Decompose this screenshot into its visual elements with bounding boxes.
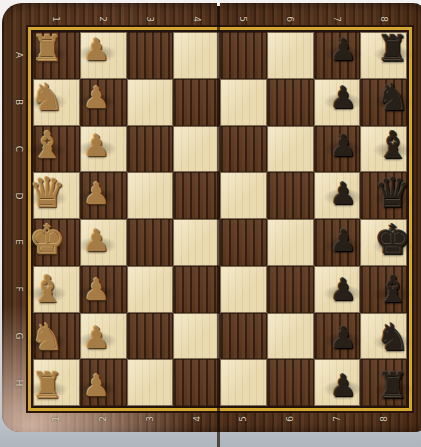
square-c1[interactable]: ♝ <box>33 126 80 173</box>
white-pawn-f2: ♟ <box>83 275 110 305</box>
queen-icon: ♛ <box>29 173 66 214</box>
square-h6[interactable] <box>267 359 314 406</box>
square-e7[interactable]: ♟ <box>314 219 361 266</box>
pawn-icon: ♟ <box>83 275 110 305</box>
pawn-icon: ♟ <box>83 227 110 257</box>
square-g2[interactable]: ♟ <box>80 313 127 360</box>
coord-top-2: 2 <box>98 16 108 22</box>
square-a6[interactable] <box>267 32 314 79</box>
pawn-icon: ♟ <box>83 179 110 209</box>
square-g6[interactable] <box>267 313 314 360</box>
black-knight-b8: ♞ <box>376 79 409 116</box>
square-d2[interactable]: ♟ <box>80 172 127 219</box>
white-pawn-b2: ♟ <box>83 83 110 113</box>
coord-bottom-8: 8 <box>379 416 389 422</box>
white-knight-b1: ♞ <box>31 79 64 116</box>
coord-bottom-3: 3 <box>145 416 155 422</box>
square-f8[interactable]: ♝ <box>360 266 407 313</box>
bishop-icon: ♝ <box>31 271 64 308</box>
square-d1[interactable]: ♛ <box>33 172 80 219</box>
coord-top-4: 4 <box>192 16 202 22</box>
king-icon: ♚ <box>374 221 411 262</box>
white-queen-d1: ♛ <box>29 173 66 214</box>
square-f1[interactable]: ♝ <box>33 266 80 313</box>
square-a3[interactable] <box>127 32 174 79</box>
square-c3[interactable] <box>127 126 174 173</box>
white-rook-h1: ♜ <box>31 367 63 403</box>
square-f7[interactable]: ♟ <box>314 266 361 313</box>
rook-icon: ♜ <box>31 32 63 68</box>
square-f5[interactable] <box>220 266 267 313</box>
square-d8[interactable]: ♛ <box>360 172 407 219</box>
pawn-icon: ♟ <box>330 131 357 161</box>
coord-bottom-5: 5 <box>238 416 248 422</box>
pawn-icon: ♟ <box>330 83 357 113</box>
square-d4[interactable] <box>173 172 220 219</box>
coord-left-G: G <box>14 332 24 339</box>
pawn-icon: ♟ <box>83 35 110 65</box>
square-h2[interactable]: ♟ <box>80 359 127 406</box>
black-king-e8: ♚ <box>374 221 411 262</box>
pawn-icon: ♟ <box>330 35 357 65</box>
black-pawn-g7: ♟ <box>330 323 357 353</box>
square-f6[interactable] <box>267 266 314 313</box>
square-b3[interactable] <box>127 79 174 126</box>
black-pawn-e7: ♟ <box>330 227 357 257</box>
square-b1[interactable]: ♞ <box>33 79 80 126</box>
pawn-icon: ♟ <box>83 83 110 113</box>
black-pawn-a7: ♟ <box>330 35 357 65</box>
pawn-icon: ♟ <box>330 323 357 353</box>
coord-left-B: B <box>14 99 24 105</box>
square-d6[interactable] <box>267 172 314 219</box>
square-c6[interactable] <box>267 126 314 173</box>
pawn-icon: ♟ <box>330 371 357 401</box>
white-pawn-g2: ♟ <box>83 323 110 353</box>
square-e6[interactable] <box>267 219 314 266</box>
square-c8[interactable]: ♝ <box>360 126 407 173</box>
coord-top-6: 6 <box>285 16 295 22</box>
king-icon: ♚ <box>29 221 66 262</box>
white-pawn-h2: ♟ <box>83 371 110 401</box>
black-rook-a8: ♜ <box>377 32 409 68</box>
square-a8[interactable]: ♜ <box>360 32 407 79</box>
square-h3[interactable] <box>127 359 174 406</box>
white-pawn-a2: ♟ <box>83 35 110 65</box>
black-pawn-b7: ♟ <box>330 83 357 113</box>
square-a5[interactable] <box>220 32 267 79</box>
coord-top-5: 5 <box>238 16 248 22</box>
square-d3[interactable] <box>127 172 174 219</box>
chess-board: ♜♟♟♜♞♟♟♞♝♟♟♝♛♟♟♛♚♟♟♚♝♟♟♝♞♟♟♞♜♟♟♜ <box>33 32 407 406</box>
black-bishop-f8: ♝ <box>376 271 409 308</box>
square-f2[interactable]: ♟ <box>80 266 127 313</box>
square-b6[interactable] <box>267 79 314 126</box>
bishop-icon: ♝ <box>376 271 409 308</box>
square-b8[interactable]: ♞ <box>360 79 407 126</box>
square-e5[interactable] <box>220 219 267 266</box>
square-c4[interactable] <box>173 126 220 173</box>
square-b7[interactable]: ♟ <box>314 79 361 126</box>
white-pawn-e2: ♟ <box>83 227 110 257</box>
square-d5[interactable] <box>220 172 267 219</box>
square-h7[interactable]: ♟ <box>314 359 361 406</box>
white-king-e1: ♚ <box>29 221 66 262</box>
square-a1[interactable]: ♜ <box>33 32 80 79</box>
square-g1[interactable]: ♞ <box>33 313 80 360</box>
square-a7[interactable]: ♟ <box>314 32 361 79</box>
square-e4[interactable] <box>173 219 220 266</box>
black-queen-d8: ♛ <box>374 173 411 214</box>
coord-left-C: C <box>14 146 24 152</box>
coord-top-7: 7 <box>332 16 342 22</box>
knight-icon: ♞ <box>376 79 409 116</box>
white-bishop-f1: ♝ <box>31 271 64 308</box>
square-h8[interactable]: ♜ <box>360 359 407 406</box>
square-d7[interactable]: ♟ <box>314 172 361 219</box>
square-g4[interactable] <box>173 313 220 360</box>
coord-left-F: F <box>14 287 24 292</box>
black-pawn-d7: ♟ <box>330 179 357 209</box>
square-f3[interactable] <box>127 266 174 313</box>
white-rook-a1: ♜ <box>31 32 63 68</box>
coord-bottom-7: 7 <box>332 416 342 422</box>
coord-left-H: H <box>14 379 24 386</box>
square-b5[interactable] <box>220 79 267 126</box>
pawn-icon: ♟ <box>330 275 357 305</box>
white-bishop-c1: ♝ <box>31 127 64 164</box>
board-fold-seam <box>217 0 220 447</box>
square-g8[interactable]: ♞ <box>360 313 407 360</box>
knight-icon: ♞ <box>376 319 409 356</box>
square-e8[interactable]: ♚ <box>360 219 407 266</box>
coord-bottom-6: 6 <box>285 416 295 422</box>
coord-top-8: 8 <box>379 16 389 22</box>
square-e3[interactable] <box>127 219 174 266</box>
square-c2[interactable]: ♟ <box>80 126 127 173</box>
coord-left-A: A <box>14 52 24 58</box>
square-g3[interactable] <box>127 313 174 360</box>
rook-icon: ♜ <box>31 367 63 403</box>
pawn-icon: ♟ <box>83 371 110 401</box>
square-a2[interactable]: ♟ <box>80 32 127 79</box>
coord-top-1: 1 <box>51 16 61 22</box>
black-bishop-c8: ♝ <box>376 127 409 164</box>
pawn-icon: ♟ <box>83 323 110 353</box>
square-b2[interactable]: ♟ <box>80 79 127 126</box>
coord-bottom-1: 1 <box>51 416 61 422</box>
black-knight-g8: ♞ <box>376 319 409 356</box>
square-b4[interactable] <box>173 79 220 126</box>
bishop-icon: ♝ <box>376 127 409 164</box>
square-h1[interactable]: ♜ <box>33 359 80 406</box>
square-e1[interactable]: ♚ <box>33 219 80 266</box>
pawn-icon: ♟ <box>83 131 110 161</box>
coord-left-D: D <box>14 192 24 199</box>
square-c5[interactable] <box>220 126 267 173</box>
bishop-icon: ♝ <box>31 127 64 164</box>
square-a4[interactable] <box>173 32 220 79</box>
white-pawn-c2: ♟ <box>83 131 110 161</box>
queen-icon: ♛ <box>374 173 411 214</box>
pawn-icon: ♟ <box>330 179 357 209</box>
knight-icon: ♞ <box>31 79 64 116</box>
black-pawn-f7: ♟ <box>330 275 357 305</box>
square-c7[interactable]: ♟ <box>314 126 361 173</box>
rook-icon: ♜ <box>377 32 409 68</box>
board-photo: ♜♟♟♜♞♟♟♞♝♟♟♝♛♟♟♛♚♟♟♚♝♟♟♝♞♟♟♞♜♟♟♜ 1234567… <box>0 0 421 447</box>
black-pawn-h7: ♟ <box>330 371 357 401</box>
square-h4[interactable] <box>173 359 220 406</box>
coord-left-E: E <box>14 240 24 246</box>
square-e2[interactable]: ♟ <box>80 219 127 266</box>
black-rook-h8: ♜ <box>377 367 409 403</box>
pawn-icon: ♟ <box>330 227 357 257</box>
coord-bottom-4: 4 <box>192 416 202 422</box>
rook-icon: ♜ <box>377 367 409 403</box>
white-pawn-d2: ♟ <box>83 179 110 209</box>
white-knight-g1: ♞ <box>31 319 64 356</box>
coord-bottom-2: 2 <box>98 416 108 422</box>
square-f4[interactable] <box>173 266 220 313</box>
square-g5[interactable] <box>220 313 267 360</box>
coord-top-3: 3 <box>145 16 155 22</box>
square-h5[interactable] <box>220 359 267 406</box>
black-pawn-c7: ♟ <box>330 131 357 161</box>
square-g7[interactable]: ♟ <box>314 313 361 360</box>
knight-icon: ♞ <box>31 319 64 356</box>
